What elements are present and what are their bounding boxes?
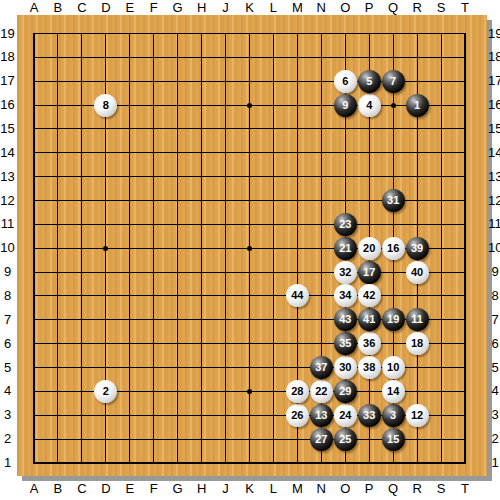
stone-white-P10[interactable]: 20 [358, 237, 381, 260]
coord-label-left-7: 7 [0, 312, 15, 328]
stone-white-P16[interactable]: 4 [358, 94, 381, 117]
coord-label-bottom-H: H [192, 481, 212, 497]
stone-black-O2[interactable]: 25 [334, 428, 357, 451]
coord-label-right-5: 5 [488, 360, 500, 376]
coord-label-right-2: 2 [488, 431, 500, 447]
stone-black-Q2[interactable]: 15 [382, 428, 405, 451]
stone-white-Q10[interactable]: 16 [382, 237, 405, 260]
stone-white-O5[interactable]: 30 [334, 356, 357, 379]
stone-white-M3[interactable]: 26 [286, 404, 309, 427]
coord-label-left-19: 19 [0, 26, 15, 42]
coord-label-left-3: 3 [0, 407, 15, 423]
coord-label-top-C: C [72, 0, 92, 16]
stone-black-O11[interactable]: 23 [334, 213, 357, 236]
coord-label-top-A: A [24, 0, 44, 16]
coord-label-top-K: K [239, 0, 259, 16]
coord-label-bottom-E: E [120, 481, 140, 497]
coord-label-bottom-R: R [407, 481, 427, 497]
stone-white-O9[interactable]: 32 [334, 261, 357, 284]
coord-label-right-6: 6 [488, 336, 500, 352]
stone-black-O6[interactable]: 35 [334, 332, 357, 355]
coord-label-top-M: M [287, 0, 307, 16]
stone-black-P7[interactable]: 41 [358, 308, 381, 331]
coord-label-top-N: N [311, 0, 331, 16]
coord-label-top-S: S [431, 0, 451, 16]
coord-label-left-1: 1 [0, 455, 15, 471]
stone-white-R9[interactable]: 40 [406, 261, 429, 284]
stone-white-D16[interactable]: 8 [94, 94, 117, 117]
stone-black-P17[interactable]: 5 [358, 70, 381, 93]
stone-black-P3[interactable]: 33 [358, 404, 381, 427]
coord-label-right-4: 4 [488, 383, 500, 399]
coord-label-left-17: 17 [0, 73, 15, 89]
hoshi-star-point-K10 [247, 246, 252, 251]
coord-label-top-P: P [359, 0, 379, 16]
coord-label-right-9: 9 [488, 264, 500, 280]
coord-label-left-15: 15 [0, 121, 15, 137]
coord-label-bottom-M: M [287, 481, 307, 497]
stone-white-Q5[interactable]: 10 [382, 356, 405, 379]
hoshi-star-point-Q16 [391, 103, 396, 108]
stone-white-R6[interactable]: 18 [406, 332, 429, 355]
coord-label-bottom-N: N [311, 481, 331, 497]
coord-label-right-16: 16 [488, 97, 500, 113]
coord-label-left-13: 13 [0, 169, 15, 185]
coord-label-top-L: L [263, 0, 283, 16]
coord-label-bottom-F: F [144, 481, 164, 497]
coord-label-bottom-T: T [455, 481, 475, 497]
stone-white-M4[interactable]: 28 [286, 380, 309, 403]
coord-label-bottom-K: K [239, 481, 259, 497]
coord-label-bottom-J: J [216, 481, 236, 497]
coord-label-bottom-G: G [168, 481, 188, 497]
stone-white-N4[interactable]: 22 [310, 380, 333, 403]
coord-label-top-Q: Q [383, 0, 403, 16]
coord-label-bottom-B: B [48, 481, 68, 497]
coord-label-bottom-Q: Q [383, 481, 403, 497]
coord-label-right-19: 19 [488, 26, 500, 42]
coord-label-left-14: 14 [0, 145, 15, 161]
coord-label-right-12: 12 [488, 193, 500, 209]
coord-label-bottom-S: S [431, 481, 451, 497]
coord-label-top-T: T [455, 0, 475, 16]
stone-white-O17[interactable]: 6 [334, 70, 357, 93]
stone-black-O16[interactable]: 9 [334, 94, 357, 117]
stone-white-P5[interactable]: 38 [358, 356, 381, 379]
coord-label-left-9: 9 [0, 264, 15, 280]
coord-label-top-J: J [216, 0, 236, 16]
coord-label-bottom-D: D [96, 481, 116, 497]
coord-label-bottom-C: C [72, 481, 92, 497]
coord-label-left-16: 16 [0, 97, 15, 113]
coord-label-right-8: 8 [488, 288, 500, 304]
coord-label-left-6: 6 [0, 336, 15, 352]
stone-black-O4[interactable]: 29 [334, 380, 357, 403]
coord-label-top-E: E [120, 0, 140, 16]
stone-black-P9[interactable]: 17 [358, 261, 381, 284]
coord-label-right-7: 7 [488, 312, 500, 328]
coord-label-left-11: 11 [0, 216, 15, 232]
coord-label-top-H: H [192, 0, 212, 16]
stone-white-O3[interactable]: 24 [334, 404, 357, 427]
coord-label-top-F: F [144, 0, 164, 16]
stone-black-R10[interactable]: 39 [406, 237, 429, 260]
coord-label-left-12: 12 [0, 193, 15, 209]
coord-label-right-1: 1 [488, 455, 500, 471]
coord-label-bottom-A: A [24, 481, 44, 497]
stone-black-R16[interactable]: 1 [406, 94, 429, 117]
stone-black-O10[interactable]: 21 [334, 237, 357, 260]
stone-white-Q4[interactable]: 14 [382, 380, 405, 403]
stone-black-N3[interactable]: 13 [310, 404, 333, 427]
coord-label-right-10: 10 [488, 240, 500, 256]
coord-label-top-O: O [335, 0, 355, 16]
coord-label-bottom-O: O [335, 481, 355, 497]
stone-white-P6[interactable]: 36 [358, 332, 381, 355]
coord-label-left-18: 18 [0, 49, 15, 65]
stone-black-R7[interactable]: 11 [406, 308, 429, 331]
stone-black-Q7[interactable]: 19 [382, 308, 405, 331]
stone-white-R3[interactable]: 12 [406, 404, 429, 427]
coord-label-right-14: 14 [488, 145, 500, 161]
coord-label-left-8: 8 [0, 288, 15, 304]
coord-label-top-B: B [48, 0, 68, 16]
hoshi-star-point-K16 [247, 103, 252, 108]
coord-label-right-3: 3 [488, 407, 500, 423]
coord-label-top-D: D [96, 0, 116, 16]
stone-black-O7[interactable]: 43 [334, 308, 357, 331]
coord-label-left-2: 2 [0, 431, 15, 447]
coord-label-right-18: 18 [488, 49, 500, 65]
stone-black-Q12[interactable]: 31 [382, 189, 405, 212]
coord-label-left-10: 10 [0, 240, 15, 256]
coord-label-bottom-P: P [359, 481, 379, 497]
stone-black-N5[interactable]: 37 [310, 356, 333, 379]
coord-label-right-15: 15 [488, 121, 500, 137]
coord-label-left-5: 5 [0, 360, 15, 376]
coord-label-right-13: 13 [488, 169, 500, 185]
coord-label-right-11: 11 [488, 216, 500, 232]
stone-black-N2[interactable]: 27 [310, 428, 333, 451]
coord-label-right-17: 17 [488, 73, 500, 89]
stone-black-Q3[interactable]: 3 [382, 404, 405, 427]
hoshi-star-point-K4 [247, 389, 252, 394]
stone-black-Q17[interactable]: 7 [382, 70, 405, 93]
coord-label-bottom-L: L [263, 481, 283, 497]
coord-label-top-G: G [168, 0, 188, 16]
coord-label-top-R: R [407, 0, 427, 16]
coord-label-left-4: 4 [0, 383, 15, 399]
go-kifu-diagram: AABBCCDDEEFFGGHHJJKKLLMMNNOOPPQQRRSSTT19… [0, 0, 500, 500]
